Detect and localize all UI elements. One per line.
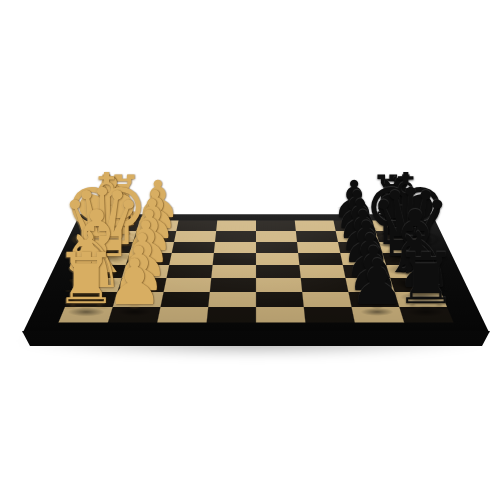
- chess-set-product-photo: ♜♜♞♞♝♝♛♛♚♚♝♝♞♞♜♜♟♟♟♟♟♟♟♟♟♟♟♟♟♟♟♟♟♟♟♟♟♟♟♟…: [0, 0, 500, 500]
- pieces-layer: ♜♜♞♞♝♝♛♛♚♚♝♝♞♞♜♜♟♟♟♟♟♟♟♟♟♟♟♟♟♟♟♟♟♟♟♟♟♟♟♟…: [0, 0, 500, 500]
- white-rook-icon: ♜: [55, 244, 118, 314]
- black-pawn-icon: ♟: [349, 251, 406, 314]
